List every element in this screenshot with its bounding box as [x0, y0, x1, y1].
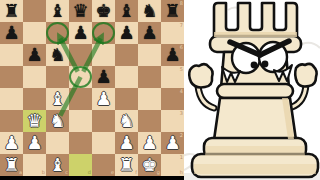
square-d2[interactable] [69, 132, 92, 154]
left-fist [189, 64, 212, 87]
square-d8[interactable]: ♛ [69, 0, 92, 22]
square-e5[interactable]: ♟ [92, 66, 115, 88]
square-e8[interactable]: ♚ [92, 0, 115, 22]
square-e7[interactable] [92, 22, 115, 44]
square-f5[interactable] [115, 66, 138, 88]
square-e6[interactable] [92, 44, 115, 66]
white-knight: ♞ [46, 110, 69, 132]
black-knight: ♞ [46, 44, 69, 66]
right-fist [295, 64, 316, 87]
white-bishop: ♝ [46, 154, 69, 176]
black-pawn: ♟ [161, 44, 184, 66]
chess-board[interactable]: ♜♝♛♚♝♞♜8♟♟♟♟7♟♞♟6♟5♝♟4♛♞♞3♟♟♟♟♟2♜ab♝cde♜… [0, 0, 184, 176]
white-pawn: ♟ [161, 132, 184, 154]
black-pawn: ♟ [115, 22, 138, 44]
board-bottom-edge [0, 176, 184, 180]
square-e2[interactable] [92, 132, 115, 154]
black-rook: ♜ [0, 0, 23, 22]
left-pupil [251, 62, 258, 69]
black-rook: ♜ [161, 0, 184, 22]
square-g8[interactable]: ♞ [138, 0, 161, 22]
file-label: g [157, 170, 160, 175]
square-c4[interactable]: ♝ [46, 88, 69, 110]
square-g1[interactable]: ♚g [138, 154, 161, 176]
square-f8[interactable]: ♝ [115, 0, 138, 22]
file-label: a [19, 170, 22, 175]
square-a2[interactable]: ♟ [0, 132, 23, 154]
black-pawn: ♟ [69, 22, 92, 44]
black-pawn: ♟ [92, 66, 115, 88]
square-f7[interactable]: ♟ [115, 22, 138, 44]
square-h2[interactable]: ♟2 [161, 132, 184, 154]
square-b6[interactable]: ♟ [23, 44, 46, 66]
file-label: c [65, 170, 68, 175]
square-d3[interactable] [69, 110, 92, 132]
black-pawn: ♟ [138, 22, 161, 44]
square-c6[interactable]: ♞ [46, 44, 69, 66]
square-e4[interactable]: ♟ [92, 88, 115, 110]
square-g2[interactable]: ♟ [138, 132, 161, 154]
square-e1[interactable]: e [92, 154, 115, 176]
file-label: h [180, 170, 183, 175]
angry-rook-cartoon [184, 0, 320, 180]
black-knight: ♞ [138, 0, 161, 22]
right-pupil [262, 61, 269, 68]
black-king: ♚ [92, 0, 115, 22]
black-pawn: ♟ [0, 22, 23, 44]
file-label: b [42, 170, 45, 175]
square-d5[interactable] [69, 66, 92, 88]
white-pawn: ♟ [92, 88, 115, 110]
file-label: f [135, 170, 137, 175]
black-bishop: ♝ [115, 0, 138, 22]
square-h1[interactable]: h1 [161, 154, 184, 176]
square-g4[interactable] [138, 88, 161, 110]
square-h3[interactable]: 3 [161, 110, 184, 132]
square-c5[interactable] [46, 66, 69, 88]
white-bishop: ♝ [46, 88, 69, 110]
square-f6[interactable] [115, 44, 138, 66]
square-b7[interactable] [23, 22, 46, 44]
file-label: e [111, 170, 114, 175]
square-g6[interactable] [138, 44, 161, 66]
white-rook: ♜ [0, 154, 23, 176]
square-h5[interactable]: 5 [161, 66, 184, 88]
white-queen: ♛ [23, 110, 46, 132]
white-knight: ♞ [115, 110, 138, 132]
square-e3[interactable] [92, 110, 115, 132]
file-label: d [88, 170, 91, 175]
square-f4[interactable] [115, 88, 138, 110]
black-pawn: ♟ [23, 44, 46, 66]
black-queen: ♛ [69, 0, 92, 22]
square-a4[interactable] [0, 88, 23, 110]
square-g3[interactable] [138, 110, 161, 132]
square-h8[interactable]: ♜8 [161, 0, 184, 22]
square-h6[interactable]: ♟6 [161, 44, 184, 66]
square-d1[interactable]: d [69, 154, 92, 176]
white-pawn: ♟ [23, 132, 46, 154]
square-f2[interactable]: ♟ [115, 132, 138, 154]
rank-label: 6 [180, 45, 183, 50]
thumbnail-stage: ♜♝♛♚♝♞♜8♟♟♟♟7♟♞♟6♟5♝♟4♛♞♞3♟♟♟♟♟2♜ab♝cde♜… [0, 0, 320, 180]
rank-label: 7 [180, 23, 183, 28]
square-f1[interactable]: ♜f [115, 154, 138, 176]
rank-label: 5 [180, 67, 183, 72]
rank-label: 2 [180, 133, 183, 138]
square-a7[interactable]: ♟ [0, 22, 23, 44]
square-b3[interactable]: ♛ [23, 110, 46, 132]
square-b4[interactable] [23, 88, 46, 110]
square-g7[interactable]: ♟ [138, 22, 161, 44]
square-d7[interactable]: ♟ [69, 22, 92, 44]
square-b8[interactable] [23, 0, 46, 22]
rank-label: 8 [180, 1, 183, 6]
square-g5[interactable] [138, 66, 161, 88]
square-b2[interactable]: ♟ [23, 132, 46, 154]
square-c7[interactable] [46, 22, 69, 44]
rook-shoulder-band [217, 84, 293, 98]
square-c2[interactable] [46, 132, 69, 154]
square-f3[interactable]: ♞ [115, 110, 138, 132]
white-pawn: ♟ [115, 132, 138, 154]
square-b1[interactable]: b [23, 154, 46, 176]
white-king: ♚ [138, 154, 161, 176]
square-a1[interactable]: ♜a [0, 154, 23, 176]
square-a3[interactable] [0, 110, 23, 132]
chess-board-area: ♜♝♛♚♝♞♜8♟♟♟♟7♟♞♟6♟5♝♟4♛♞♞3♟♟♟♟♟2♜ab♝cde♜… [0, 0, 184, 180]
cartoon-area [184, 0, 320, 180]
square-d6[interactable] [69, 44, 92, 66]
square-h7[interactable]: 7 [161, 22, 184, 44]
rank-label: 1 [180, 155, 183, 160]
square-h4[interactable]: 4 [161, 88, 184, 110]
rank-label: 4 [180, 89, 183, 94]
black-bishop: ♝ [46, 0, 69, 22]
square-b5[interactable] [23, 66, 46, 88]
square-a5[interactable] [0, 66, 23, 88]
white-pawn: ♟ [0, 132, 23, 154]
white-pawn: ♟ [138, 132, 161, 154]
square-c8[interactable]: ♝ [46, 0, 69, 22]
rank-label: 3 [180, 111, 183, 116]
square-d4[interactable] [69, 88, 92, 110]
white-rook: ♜ [115, 154, 138, 176]
square-a6[interactable] [0, 44, 23, 66]
square-c1[interactable]: ♝c [46, 154, 69, 176]
square-a8[interactable]: ♜ [0, 0, 23, 22]
square-c3[interactable]: ♞ [46, 110, 69, 132]
